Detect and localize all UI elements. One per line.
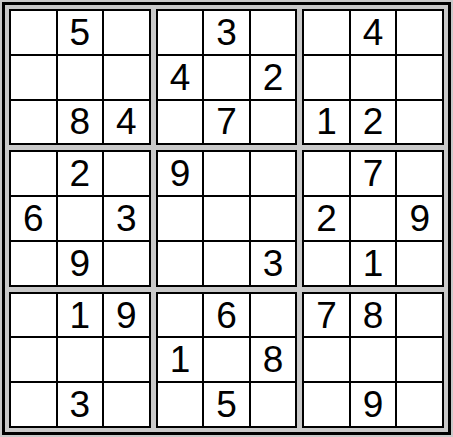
cell-r8c2-empty[interactable] [58, 338, 103, 381]
cell-r7c7-given[interactable]: 7 [304, 294, 349, 337]
sudoku-box-2: 3427 [156, 9, 298, 145]
cell-r6c4-empty[interactable] [158, 242, 203, 285]
cell-r6c7-empty[interactable] [304, 242, 349, 285]
cell-r2c9-empty[interactable] [397, 56, 442, 99]
sudoku-box-1: 584 [9, 9, 151, 145]
cell-r3c8-given[interactable]: 2 [351, 101, 396, 144]
cell-r5c2-empty[interactable] [58, 197, 103, 240]
cell-r7c8-given[interactable]: 8 [351, 294, 396, 337]
sudoku-box-7: 193 [9, 292, 151, 428]
cell-r6c2-given[interactable]: 9 [58, 242, 103, 285]
cell-r3c7-given[interactable]: 1 [304, 101, 349, 144]
cell-r2c5-empty[interactable] [204, 56, 249, 99]
cell-r8c8-empty[interactable] [351, 338, 396, 381]
cell-r1c5-given[interactable]: 3 [204, 11, 249, 54]
cell-r4c7-empty[interactable] [304, 152, 349, 195]
cell-r6c1-empty[interactable] [11, 242, 56, 285]
cell-r5c6-empty[interactable] [251, 197, 296, 240]
cell-r1c1-empty[interactable] [11, 11, 56, 54]
cell-r5c9-given[interactable]: 9 [397, 197, 442, 240]
cell-r4c9-empty[interactable] [397, 152, 442, 195]
cell-r9c8-given[interactable]: 9 [351, 383, 396, 426]
cell-r1c4-empty[interactable] [158, 11, 203, 54]
sudoku-box-8: 6185 [156, 292, 298, 428]
cell-r1c8-given[interactable]: 4 [351, 11, 396, 54]
cell-r4c8-given[interactable]: 7 [351, 152, 396, 195]
cell-r9c3-empty[interactable] [104, 383, 149, 426]
cell-r9c7-empty[interactable] [304, 383, 349, 426]
cell-r3c6-empty[interactable] [251, 101, 296, 144]
cell-r3c1-empty[interactable] [11, 101, 56, 144]
cell-r2c6-given[interactable]: 2 [251, 56, 296, 99]
cell-r2c2-empty[interactable] [58, 56, 103, 99]
sudoku-board: 584342741226399372911936185789 [2, 2, 451, 435]
cell-r3c4-empty[interactable] [158, 101, 203, 144]
cell-r5c7-given[interactable]: 2 [304, 197, 349, 240]
cell-r8c3-empty[interactable] [104, 338, 149, 381]
cell-r3c3-given[interactable]: 4 [104, 101, 149, 144]
cell-r6c8-given[interactable]: 1 [351, 242, 396, 285]
cell-r8c5-empty[interactable] [204, 338, 249, 381]
cell-r5c5-empty[interactable] [204, 197, 249, 240]
cell-r9c1-empty[interactable] [11, 383, 56, 426]
cell-r6c6-given[interactable]: 3 [251, 242, 296, 285]
cell-r9c5-given[interactable]: 5 [204, 383, 249, 426]
cell-r9c9-empty[interactable] [397, 383, 442, 426]
cell-r7c6-empty[interactable] [251, 294, 296, 337]
cell-r1c2-given[interactable]: 5 [58, 11, 103, 54]
cell-r7c9-empty[interactable] [397, 294, 442, 337]
sudoku-box-6: 7291 [302, 150, 444, 286]
cell-r5c3-given[interactable]: 3 [104, 197, 149, 240]
cell-r7c5-given[interactable]: 6 [204, 294, 249, 337]
cell-r6c5-empty[interactable] [204, 242, 249, 285]
cell-r5c4-empty[interactable] [158, 197, 203, 240]
sudoku-box-4: 2639 [9, 150, 151, 286]
sudoku-app-window: 584342741226399372911936185789 [0, 0, 453, 437]
cell-r3c5-given[interactable]: 7 [204, 101, 249, 144]
cell-r4c4-given[interactable]: 9 [158, 152, 203, 195]
cell-r2c4-given[interactable]: 4 [158, 56, 203, 99]
cell-r8c6-given[interactable]: 8 [251, 338, 296, 381]
sudoku-box-9: 789 [302, 292, 444, 428]
cell-r4c3-empty[interactable] [104, 152, 149, 195]
cell-r8c7-empty[interactable] [304, 338, 349, 381]
cell-r1c7-empty[interactable] [304, 11, 349, 54]
sudoku-box-3: 412 [302, 9, 444, 145]
cell-r8c4-given[interactable]: 1 [158, 338, 203, 381]
cell-r4c1-empty[interactable] [11, 152, 56, 195]
cell-r2c7-empty[interactable] [304, 56, 349, 99]
cell-r7c3-given[interactable]: 9 [104, 294, 149, 337]
cell-r4c6-empty[interactable] [251, 152, 296, 195]
cell-r7c1-empty[interactable] [11, 294, 56, 337]
cell-r4c2-given[interactable]: 2 [58, 152, 103, 195]
cell-r5c8-empty[interactable] [351, 197, 396, 240]
cell-r9c4-empty[interactable] [158, 383, 203, 426]
cell-r1c9-empty[interactable] [397, 11, 442, 54]
cell-r6c9-empty[interactable] [397, 242, 442, 285]
cell-r2c3-empty[interactable] [104, 56, 149, 99]
cell-r8c9-empty[interactable] [397, 338, 442, 381]
cell-r5c1-given[interactable]: 6 [11, 197, 56, 240]
cell-r2c8-empty[interactable] [351, 56, 396, 99]
cell-r9c2-given[interactable]: 3 [58, 383, 103, 426]
cell-r7c4-empty[interactable] [158, 294, 203, 337]
cell-r7c2-given[interactable]: 1 [58, 294, 103, 337]
cell-r3c2-given[interactable]: 8 [58, 101, 103, 144]
cell-r3c9-empty[interactable] [397, 101, 442, 144]
sudoku-box-5: 93 [156, 150, 298, 286]
cell-r6c3-empty[interactable] [104, 242, 149, 285]
cell-r8c1-empty[interactable] [11, 338, 56, 381]
cell-r9c6-empty[interactable] [251, 383, 296, 426]
cell-r2c1-empty[interactable] [11, 56, 56, 99]
cell-r1c6-empty[interactable] [251, 11, 296, 54]
cell-r4c5-empty[interactable] [204, 152, 249, 195]
cell-r1c3-empty[interactable] [104, 11, 149, 54]
